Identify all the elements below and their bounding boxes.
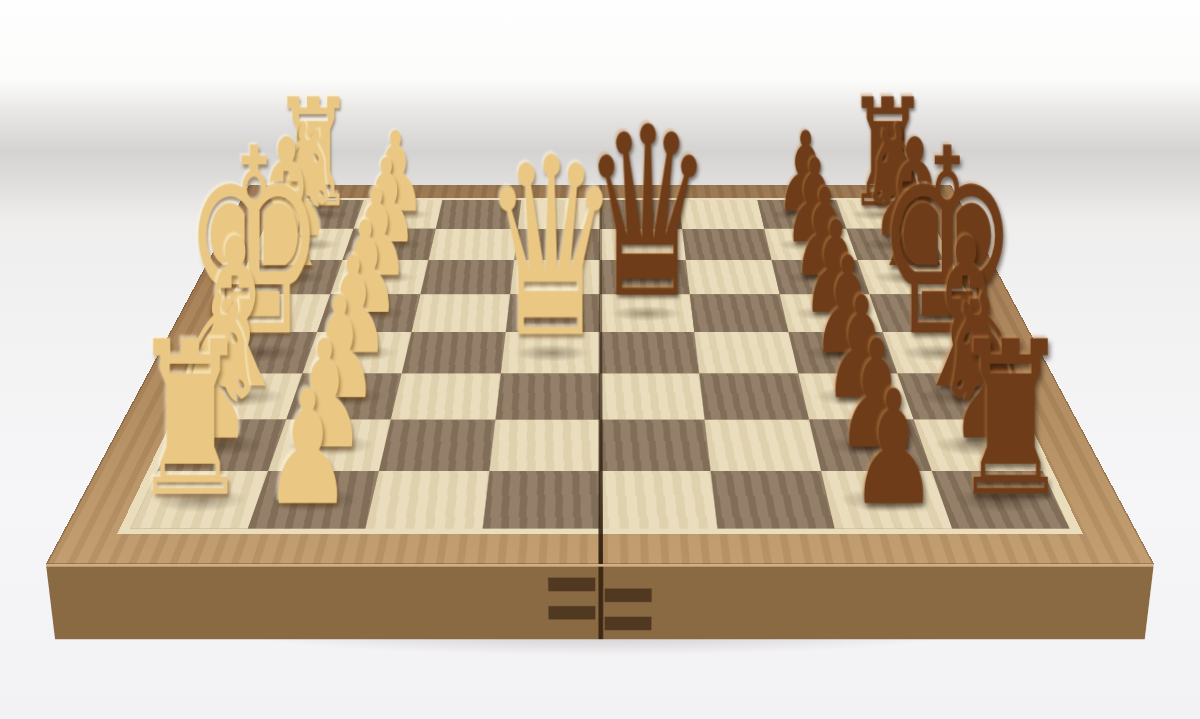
square-f6[interactable] xyxy=(699,374,809,420)
white-pawn-h2[interactable]: ♟ xyxy=(263,369,351,527)
studio-photo-scene: ♜♟♟♜♞♟♟♞♝♟♟♝♟♛♟♚♟♛♟♚♝♟♟♝♞♟♟♞♜♟♟♜ xyxy=(0,0,1200,719)
finger-joint-right xyxy=(605,578,652,634)
square-h4[interactable] xyxy=(483,471,600,529)
square-f5[interactable] xyxy=(600,374,705,420)
square-g5[interactable] xyxy=(600,420,711,471)
square-f4[interactable] xyxy=(495,374,600,420)
square-e4[interactable]: ♛ xyxy=(501,332,600,374)
square-g3[interactable] xyxy=(379,420,496,471)
square-h6[interactable] xyxy=(711,471,835,529)
square-h1[interactable]: ♜ xyxy=(130,471,268,529)
finger-joint-left xyxy=(548,578,595,634)
square-h3[interactable] xyxy=(365,471,489,529)
square-h2[interactable]: ♟ xyxy=(248,471,379,529)
board-grid: ♜♟♟♜♞♟♟♞♝♟♟♝♟♛♟♚♟♛♟♚♝♟♟♝♞♟♟♞♜♟♟♜ xyxy=(117,198,1083,535)
square-g6[interactable] xyxy=(705,420,822,471)
black-pawn-h7[interactable]: ♟ xyxy=(849,369,937,527)
square-h7[interactable]: ♟ xyxy=(821,471,952,529)
square-e6[interactable] xyxy=(694,332,798,374)
square-f3[interactable] xyxy=(391,374,501,420)
square-g4[interactable] xyxy=(489,420,600,471)
folding-chess-board: ♜♟♟♜♞♟♟♞♝♟♟♝♟♛♟♚♟♛♟♚♝♟♟♝♞♟♟♞♜♟♟♜ xyxy=(46,185,1154,564)
square-h8[interactable]: ♜ xyxy=(932,471,1070,529)
white-queen-e4[interactable]: ♛ xyxy=(482,126,619,373)
white-rook-h1[interactable]: ♜ xyxy=(130,314,248,527)
black-rook-h8[interactable]: ♜ xyxy=(951,314,1069,527)
square-h5[interactable] xyxy=(600,471,717,529)
board-front-edge xyxy=(46,564,1154,639)
